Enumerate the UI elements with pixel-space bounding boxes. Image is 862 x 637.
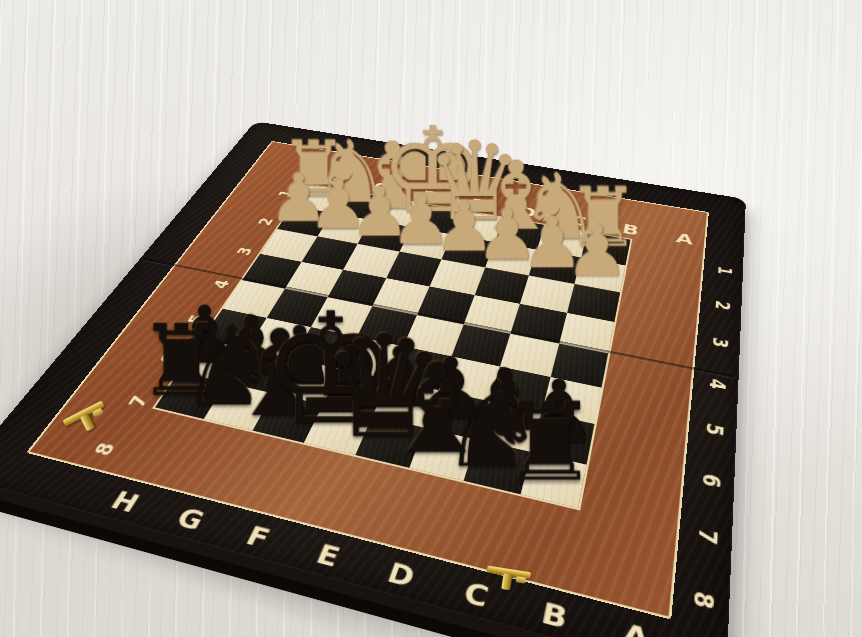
board-squares: ♜♞♝♚♛♝♞♜♟♟♟♟♟♟♟♟♟♟♟♟♟♟♟♟♜♞♝♚♛♝♞♜ [152, 183, 632, 510]
rank-label-3: 3 [231, 245, 257, 256]
file-label-d: D [383, 556, 419, 593]
rank-label-1: 1 [713, 265, 737, 277]
file-label-b: B [538, 596, 569, 636]
file-label-g: G [171, 502, 209, 535]
piece-white-pawn-a2[interactable]: ♟ [565, 214, 629, 285]
rank-label-7: 7 [692, 525, 724, 547]
square-a8[interactable]: ♜ [520, 451, 586, 507]
file-label-h: H [105, 485, 144, 517]
rank-label-4: 4 [704, 376, 732, 392]
file-label-f: F [241, 520, 275, 554]
piece-black-rook-a8[interactable]: ♜ [501, 389, 598, 497]
rank-label-8: 8 [88, 439, 121, 457]
file-label-a: A [620, 616, 651, 637]
file-label-e: E [312, 538, 345, 573]
photo-scene: HGFEDCBA HGFEDCBA 12345678 12345678 ♜♞♝♚… [0, 0, 862, 637]
rank-label-5: 5 [700, 421, 729, 438]
rank-label-6: 6 [696, 470, 727, 489]
latch-knob-icon [515, 576, 526, 583]
rank-label-8: 8 [687, 587, 721, 611]
file-label-a: A [675, 230, 694, 247]
rank-label-3: 3 [707, 335, 733, 349]
latch-stem-icon [501, 573, 512, 590]
rank-label-2: 2 [710, 298, 735, 311]
